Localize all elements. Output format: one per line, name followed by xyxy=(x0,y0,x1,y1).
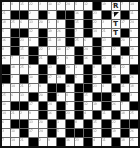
cell-number: 26 xyxy=(2,56,6,59)
white-cell[interactable]: 3 xyxy=(11,75,19,83)
cell-number: 6 xyxy=(84,38,86,41)
white-cell[interactable]: 13 xyxy=(29,20,37,28)
white-cell[interactable]: 2 xyxy=(29,11,37,19)
white-cell[interactable]: 11 xyxy=(121,84,129,92)
black-cell xyxy=(66,29,74,37)
white-cell[interactable]: 18 xyxy=(2,20,10,28)
cell-number: 8 xyxy=(11,2,13,5)
white-cell[interactable]: 25 xyxy=(130,111,138,119)
cell-number: 24 xyxy=(84,47,88,50)
mouse-cursor-icon xyxy=(114,12,120,17)
white-cell[interactable]: 8 xyxy=(75,120,83,128)
black-cell xyxy=(121,47,129,55)
white-cell[interactable]: 20 xyxy=(39,120,47,128)
white-cell[interactable]: 18 xyxy=(121,138,129,146)
cell-number: 8 xyxy=(2,47,4,50)
white-cell[interactable]: 1 xyxy=(57,120,65,128)
cell-number: 12 xyxy=(112,47,116,50)
cell-number: 13 xyxy=(102,38,106,41)
white-cell[interactable]: 22 xyxy=(112,120,120,128)
cell-number: 7 xyxy=(121,102,123,105)
cell-number: 9 xyxy=(48,11,50,14)
white-cell[interactable]: 24 xyxy=(48,102,56,110)
white-cell[interactable]: 4 xyxy=(112,11,120,19)
white-cell[interactable]: 6 xyxy=(29,65,37,73)
cell-number: 11 xyxy=(130,11,134,14)
cell-number: 19 xyxy=(112,129,116,132)
white-cell[interactable]: 17 xyxy=(29,129,37,137)
cell-number: 18 xyxy=(121,138,125,141)
black-cell xyxy=(112,56,120,64)
cell-number: 17 xyxy=(48,75,52,78)
white-cell[interactable]: 2 xyxy=(57,56,65,64)
white-cell[interactable]: 21 xyxy=(11,111,19,119)
white-cell[interactable]: 10 xyxy=(11,129,19,137)
white-cell[interactable]: 13 xyxy=(20,93,28,101)
black-cell xyxy=(48,56,56,64)
white-cell[interactable]: 13 xyxy=(48,65,56,73)
black-cell xyxy=(93,56,101,64)
black-cell xyxy=(84,29,92,37)
white-cell[interactable]: 26 xyxy=(2,56,10,64)
white-cell[interactable]: 15 xyxy=(84,93,92,101)
white-cell[interactable]: 4 xyxy=(29,38,37,46)
black-cell xyxy=(121,29,129,37)
white-cell[interactable]: 25 xyxy=(11,20,19,28)
white-cell[interactable]: 10 xyxy=(2,102,10,110)
cell-number: 25 xyxy=(20,65,24,68)
black-cell xyxy=(29,47,37,55)
white-cell[interactable]: 11 xyxy=(130,56,138,64)
cell-number: 22 xyxy=(39,47,43,50)
white-cell[interactable]: 26 xyxy=(130,75,138,83)
cell-number: 9 xyxy=(29,111,31,114)
white-cell[interactable]: 23 xyxy=(93,84,101,92)
cell-number: 19 xyxy=(112,75,116,78)
cell-number: 7 xyxy=(2,84,4,87)
cell-number: 22 xyxy=(112,120,116,123)
white-cell[interactable]: 16 xyxy=(66,138,74,146)
white-cell[interactable]: 21 xyxy=(2,11,10,19)
cell-number: 13 xyxy=(20,93,24,96)
white-cell[interactable]: 5 xyxy=(66,102,74,110)
cell-number: 6 xyxy=(20,20,22,23)
white-cell[interactable]: 11 xyxy=(102,111,110,119)
cell-number: 18 xyxy=(11,65,15,68)
cell-number: 10 xyxy=(57,47,61,50)
black-cell xyxy=(57,138,65,146)
white-cell[interactable]: 23 xyxy=(93,11,101,19)
black-cell xyxy=(102,102,110,110)
cell-number: 15 xyxy=(20,2,24,5)
white-cell[interactable]: 4 xyxy=(121,56,129,64)
white-cell[interactable]: 17 xyxy=(48,75,56,83)
cell-number: 2 xyxy=(29,84,31,87)
white-cell[interactable]: 20 xyxy=(121,38,129,46)
black-cell xyxy=(93,47,101,55)
cell-number: 12 xyxy=(29,29,33,32)
white-cell[interactable]: 7 xyxy=(75,29,83,37)
cell-number: 14 xyxy=(130,2,134,5)
cell-number: 2 xyxy=(20,111,22,114)
cell-number: 21 xyxy=(102,29,106,32)
white-cell[interactable]: 24 xyxy=(66,2,74,10)
cell-number: 4 xyxy=(29,38,31,41)
white-cell[interactable]: 2 xyxy=(20,111,28,119)
black-cell xyxy=(20,120,28,128)
cell-number: 25 xyxy=(130,138,134,141)
cell-number: 6 xyxy=(29,65,31,68)
cell-number: 17 xyxy=(121,20,125,23)
black-cell xyxy=(130,120,138,128)
white-cell[interactable]: 7 xyxy=(121,102,129,110)
cell-number: 13 xyxy=(29,120,33,123)
white-cell[interactable]: 14 xyxy=(93,29,101,37)
black-cell xyxy=(66,38,74,46)
cell-number: 19 xyxy=(130,47,134,50)
white-cell[interactable]: 8 xyxy=(93,65,101,73)
white-cell[interactable]: 24 xyxy=(84,47,92,55)
white-cell[interactable]: 19 xyxy=(130,47,138,55)
cell-number: 19 xyxy=(93,102,97,105)
white-cell[interactable]: 13 xyxy=(29,120,37,128)
cell-number: 23 xyxy=(66,111,70,114)
black-cell xyxy=(11,120,19,128)
black-cell xyxy=(39,65,47,73)
white-cell[interactable]: 19 xyxy=(48,29,56,37)
white-cell[interactable]: 13 xyxy=(102,38,110,46)
white-cell[interactable]: 1 xyxy=(75,65,83,73)
cell-number: 8 xyxy=(93,65,95,68)
white-cell[interactable]: 22 xyxy=(39,47,47,55)
white-cell[interactable]: 19 xyxy=(93,102,101,110)
cell-number: 2 xyxy=(39,138,41,141)
white-cell[interactable]: 22 xyxy=(112,93,120,101)
white-cell[interactable]: 9 xyxy=(66,56,74,64)
white-cell[interactable]: 19 xyxy=(112,75,120,83)
black-cell xyxy=(29,138,37,146)
white-cell[interactable]: 16 xyxy=(2,38,10,46)
white-cell[interactable]: 25 xyxy=(75,38,83,46)
cell-number: 7 xyxy=(75,29,77,32)
white-cell[interactable]: 4 xyxy=(84,111,92,119)
cell-number: 15 xyxy=(20,47,24,50)
white-cell[interactable]: 1 xyxy=(57,93,65,101)
white-cell[interactable]: 15 xyxy=(112,65,120,73)
white-cell[interactable]: 18 xyxy=(57,38,65,46)
white-cell[interactable]: 20 xyxy=(39,20,47,28)
white-cell[interactable]: 6 xyxy=(20,20,28,28)
white-cell[interactable]: 8 xyxy=(57,20,65,28)
white-cell[interactable]: 3 xyxy=(39,2,47,10)
white-cell[interactable]: 24 xyxy=(39,129,47,137)
black-cell xyxy=(39,111,47,119)
black-cell xyxy=(57,111,65,119)
white-cell[interactable]: 20 xyxy=(66,65,74,73)
white-cell[interactable]: 16 xyxy=(84,56,92,64)
white-cell[interactable]: 3 xyxy=(130,93,138,101)
black-cell xyxy=(20,11,28,19)
cell-number: 1 xyxy=(57,120,59,123)
cell-number: 17 xyxy=(29,129,33,132)
white-cell[interactable]: 22 xyxy=(121,65,129,73)
cell-number: 26 xyxy=(112,102,116,105)
filled-letter: T xyxy=(112,21,120,28)
black-cell xyxy=(121,75,129,83)
cell-number: 9 xyxy=(66,56,68,59)
white-cell[interactable]: 14 xyxy=(11,138,19,146)
cell-number: 23 xyxy=(102,56,106,59)
white-cell[interactable]: 24 xyxy=(57,75,65,83)
white-cell[interactable]: 26 xyxy=(57,29,65,37)
white-cell[interactable]: 23 xyxy=(102,56,110,64)
cell-number: 8 xyxy=(66,93,68,96)
cell-number: 19 xyxy=(102,2,106,5)
white-cell[interactable]: 9 xyxy=(39,84,47,92)
cell-number: 3 xyxy=(130,93,132,96)
white-cell[interactable]: 23 xyxy=(75,138,83,146)
white-cell[interactable]: 5 xyxy=(2,29,10,37)
black-cell xyxy=(20,29,28,37)
black-cell xyxy=(11,38,19,46)
black-cell xyxy=(48,84,56,92)
cell-number: 4 xyxy=(84,111,86,114)
white-cell[interactable]: 17 xyxy=(29,102,37,110)
cell-number: 8 xyxy=(57,20,59,23)
cell-number: 25 xyxy=(130,111,134,114)
white-cell[interactable]: 21 xyxy=(102,29,110,37)
white-cell[interactable]: 9 xyxy=(29,111,37,119)
cell-number: 13 xyxy=(48,65,52,68)
black-cell xyxy=(29,93,37,101)
white-cell[interactable]: 6 xyxy=(11,93,19,101)
cell-number: 15 xyxy=(75,20,79,23)
white-cell[interactable]: 25 xyxy=(130,138,138,146)
white-cell[interactable]: 15 xyxy=(93,120,101,128)
cell-number: 9 xyxy=(48,138,50,141)
black-cell xyxy=(84,11,92,19)
black-cell xyxy=(121,93,129,101)
filled-letter: R xyxy=(112,3,120,10)
white-cell[interactable]: 6 xyxy=(2,120,10,128)
white-cell[interactable]: 8 xyxy=(66,93,74,101)
cell-number: 3 xyxy=(11,75,13,78)
white-cell[interactable]: 6 xyxy=(84,38,92,46)
cell-number: 13 xyxy=(29,20,33,23)
white-cell[interactable]: 14 xyxy=(130,2,138,10)
cell-number: 16 xyxy=(2,38,6,41)
cell-number: 18 xyxy=(2,20,6,23)
white-cell[interactable]: 24 xyxy=(130,20,138,28)
white-cell[interactable]: 12 xyxy=(84,2,92,10)
black-cell xyxy=(112,111,120,119)
white-cell[interactable]: 12 xyxy=(29,29,37,37)
black-cell xyxy=(48,129,56,137)
white-cell[interactable]: 3 xyxy=(48,47,56,55)
white-cell[interactable]: 14 xyxy=(2,111,10,119)
cell-number: 3 xyxy=(2,129,4,132)
white-cell[interactable]: 10T xyxy=(112,20,120,28)
white-cell[interactable]: 17 xyxy=(57,2,65,10)
black-cell xyxy=(84,120,92,128)
cell-number: 3 xyxy=(39,2,41,5)
cell-number: 24 xyxy=(57,75,61,78)
white-cell[interactable]: 11 xyxy=(48,38,56,46)
black-cell xyxy=(11,47,19,55)
cell-number: 16 xyxy=(66,84,70,87)
white-cell[interactable]: 15 xyxy=(20,47,28,55)
white-cell[interactable]: 7 xyxy=(121,2,129,10)
white-cell[interactable]: 9 xyxy=(130,29,138,37)
black-cell xyxy=(102,11,110,19)
black-cell xyxy=(20,102,28,110)
white-cell[interactable]: 10T xyxy=(112,29,120,37)
cell-number: 25 xyxy=(75,38,79,41)
white-cell[interactable]: 11 xyxy=(102,138,110,146)
cell-number: 4 xyxy=(121,56,123,59)
white-cell[interactable]: 7 xyxy=(2,84,10,92)
white-cell[interactable]: 1 xyxy=(2,2,10,10)
black-cell xyxy=(39,11,47,19)
white-cell[interactable]: 25 xyxy=(2,93,10,101)
cell-number: 21 xyxy=(11,111,15,114)
cell-number: 3 xyxy=(48,47,50,50)
cell-number: 5 xyxy=(75,75,77,78)
cell-number: 14 xyxy=(93,29,97,32)
white-cell[interactable]: 2 xyxy=(39,138,47,146)
white-cell[interactable]: 7 xyxy=(11,56,19,64)
white-cell[interactable]: 1 xyxy=(48,20,56,28)
white-cell[interactable]: 8 xyxy=(11,2,19,10)
black-cell xyxy=(39,29,47,37)
black-cell xyxy=(102,93,110,101)
white-cell[interactable]: 26R xyxy=(112,2,120,10)
white-cell[interactable]: 14 xyxy=(11,84,19,92)
black-cell xyxy=(11,29,19,37)
white-cell[interactable]: 12 xyxy=(93,75,101,83)
white-cell[interactable]: 9 xyxy=(48,11,56,19)
white-cell[interactable]: 15 xyxy=(75,20,83,28)
white-cell[interactable]: 21 xyxy=(39,56,47,64)
black-cell xyxy=(102,129,110,137)
black-cell xyxy=(39,75,47,83)
white-cell[interactable]: 22 xyxy=(93,20,101,28)
white-cell[interactable]: 12 xyxy=(84,102,92,110)
black-cell xyxy=(93,38,101,46)
cell-number: 7 xyxy=(2,138,4,141)
white-cell[interactable]: 15 xyxy=(20,2,28,10)
white-cell[interactable]: 14 xyxy=(20,56,28,64)
white-cell[interactable]: 17 xyxy=(121,20,129,28)
white-cell[interactable]: 21 xyxy=(20,138,28,146)
white-cell[interactable]: 3 xyxy=(2,129,10,137)
black-cell xyxy=(93,2,101,10)
black-cell xyxy=(121,129,129,137)
white-cell[interactable]: 23 xyxy=(66,111,74,119)
cell-number: 20 xyxy=(39,120,43,123)
cell-number: 1 xyxy=(2,2,4,5)
white-cell[interactable]: 18 xyxy=(130,84,138,92)
white-cell[interactable]: 18 xyxy=(11,65,19,73)
cell-number: 15 xyxy=(112,65,116,68)
white-cell[interactable]: 12 xyxy=(93,129,101,137)
black-cell xyxy=(2,65,10,73)
cell-number: 5 xyxy=(102,47,104,50)
cell-number: 2 xyxy=(29,11,31,14)
white-cell[interactable]: 23 xyxy=(20,38,28,46)
white-cell[interactable]: 21 xyxy=(20,84,28,92)
white-cell[interactable]: 26 xyxy=(112,102,120,110)
cell-number: 17 xyxy=(29,102,33,105)
white-cell[interactable]: 10 xyxy=(48,2,56,10)
white-cell[interactable]: 5 xyxy=(75,75,83,83)
cell-number: 21 xyxy=(20,138,24,141)
cell-number: 20 xyxy=(39,93,43,96)
white-cell[interactable]: 19 xyxy=(112,129,120,137)
cell-number: 22 xyxy=(112,93,116,96)
cell-number: 22 xyxy=(93,20,97,23)
cell-number: 21 xyxy=(2,11,6,14)
white-cell[interactable]: 4 xyxy=(102,84,110,92)
white-cell[interactable]: 17 xyxy=(66,47,74,55)
white-cell[interactable]: 16 xyxy=(75,11,83,19)
cell-number: 24 xyxy=(48,102,52,105)
white-cell[interactable]: 18 xyxy=(121,111,129,119)
cell-number: 18 xyxy=(57,38,61,41)
black-cell xyxy=(75,84,83,92)
black-cell xyxy=(84,138,92,146)
white-cell[interactable]: 3 xyxy=(102,20,110,28)
white-cell[interactable]: 9 xyxy=(48,138,56,146)
white-cell[interactable]: 25 xyxy=(20,65,28,73)
white-cell[interactable]: 5 xyxy=(102,47,110,55)
white-cell[interactable]: 7 xyxy=(2,138,10,146)
white-cell[interactable]: 16 xyxy=(66,84,74,92)
black-cell xyxy=(11,11,19,19)
cell-number: 14 xyxy=(11,138,15,141)
white-cell[interactable]: 10 xyxy=(57,47,65,55)
cell-number: 1 xyxy=(57,93,59,96)
black-cell xyxy=(75,129,83,137)
white-cell[interactable]: 5 xyxy=(75,2,83,10)
white-cell[interactable]: 22 xyxy=(29,2,37,10)
black-cell xyxy=(121,11,129,19)
cell-number: 15 xyxy=(84,93,88,96)
cell-number: 3 xyxy=(102,20,104,23)
cell-number: 1 xyxy=(48,20,50,23)
black-cell xyxy=(29,56,37,64)
white-cell[interactable]: 4 xyxy=(93,138,101,146)
cell-number: 24 xyxy=(39,129,43,132)
cell-number: 5 xyxy=(66,102,68,105)
white-cell[interactable]: 20 xyxy=(39,93,47,101)
white-cell[interactable]: 5 xyxy=(57,129,65,137)
white-cell[interactable]: 8 xyxy=(2,47,10,55)
cell-number: 16 xyxy=(66,138,70,141)
white-cell[interactable]: 10 xyxy=(29,75,37,83)
white-cell[interactable]: 11 xyxy=(130,11,138,19)
cell-number: 22 xyxy=(29,2,33,5)
white-cell[interactable]: 16 xyxy=(48,111,56,119)
cell-number: 6 xyxy=(2,120,4,123)
white-cell[interactable]: 12 xyxy=(112,47,120,55)
white-cell[interactable]: 19 xyxy=(102,2,110,10)
white-cell[interactable]: 1 xyxy=(130,38,138,46)
white-cell[interactable]: 2 xyxy=(29,84,37,92)
black-cell xyxy=(84,20,92,28)
cell-number: 9 xyxy=(130,29,132,32)
white-cell[interactable]: 26 xyxy=(130,129,138,137)
